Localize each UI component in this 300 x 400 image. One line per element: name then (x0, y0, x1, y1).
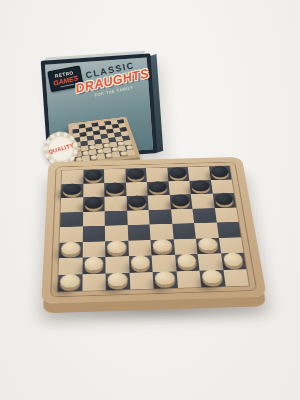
square-b3[interactable] (82, 241, 105, 258)
white-checker-piece[interactable] (61, 242, 80, 256)
square-g6[interactable] (191, 194, 214, 209)
white-checker-piece[interactable] (84, 257, 103, 271)
square-a2[interactable] (58, 258, 82, 275)
draughts-board-scene (45, 116, 255, 326)
white-checker-piece[interactable] (202, 270, 223, 284)
board-grid (57, 165, 250, 292)
square-e5[interactable] (149, 209, 172, 224)
square-c6[interactable] (104, 196, 126, 211)
black-checker-piece[interactable] (149, 181, 167, 193)
box-title: CLASSIC DRAUGHTS FOR THE FAMILY (75, 59, 149, 102)
black-checker-piece[interactable] (63, 183, 81, 195)
square-b8[interactable] (83, 169, 104, 183)
square-c7[interactable] (104, 182, 126, 196)
square-a6[interactable] (61, 197, 83, 212)
square-a8[interactable] (62, 170, 83, 184)
black-checker-piece[interactable] (191, 180, 210, 192)
square-e2[interactable] (152, 255, 177, 272)
square-h6[interactable] (212, 193, 236, 208)
square-f5[interactable] (171, 208, 195, 223)
black-checker-piece[interactable] (210, 166, 229, 177)
black-checker-piece[interactable] (127, 168, 145, 179)
white-checker-piece[interactable] (223, 253, 244, 267)
square-d8[interactable] (125, 168, 147, 182)
square-g3[interactable] (196, 238, 221, 254)
square-d5[interactable] (127, 210, 150, 225)
square-e4[interactable] (150, 224, 174, 240)
white-checker-piece[interactable] (108, 272, 128, 286)
white-checker-piece[interactable] (177, 254, 197, 268)
square-f4[interactable] (172, 223, 196, 239)
square-a3[interactable] (59, 242, 82, 259)
square-h5[interactable] (214, 207, 238, 222)
square-e1[interactable] (153, 271, 178, 289)
square-f3[interactable] (173, 238, 197, 254)
white-checker-piece[interactable] (153, 239, 173, 252)
white-checker-piece[interactable] (60, 274, 80, 288)
square-f1[interactable] (176, 270, 201, 288)
square-d1[interactable] (129, 272, 154, 290)
square-b1[interactable] (82, 273, 106, 291)
square-d7[interactable] (126, 182, 148, 196)
square-e6[interactable] (148, 195, 171, 210)
black-checker-piece[interactable] (85, 197, 103, 209)
square-a4[interactable] (60, 226, 83, 242)
black-checker-piece[interactable] (214, 193, 233, 205)
square-g8[interactable] (188, 167, 211, 181)
square-c5[interactable] (105, 210, 128, 225)
square-h3[interactable] (218, 237, 243, 253)
square-f8[interactable] (167, 167, 189, 181)
square-g2[interactable] (198, 253, 223, 270)
square-c4[interactable] (105, 225, 128, 241)
square-b5[interactable] (82, 211, 104, 226)
square-h2[interactable] (221, 253, 247, 270)
draughts-board (41, 157, 267, 304)
square-f7[interactable] (168, 180, 191, 194)
square-b6[interactable] (83, 197, 105, 212)
square-e8[interactable] (146, 168, 168, 182)
square-h8[interactable] (209, 166, 232, 180)
square-g4[interactable] (194, 222, 218, 238)
square-d4[interactable] (127, 224, 150, 240)
square-c3[interactable] (105, 240, 128, 256)
square-c8[interactable] (104, 169, 125, 183)
square-g5[interactable] (192, 208, 216, 223)
black-checker-piece[interactable] (106, 182, 124, 194)
square-e7[interactable] (147, 181, 169, 195)
square-g1[interactable] (199, 270, 225, 288)
square-h4[interactable] (216, 222, 241, 238)
black-checker-piece[interactable] (128, 195, 146, 207)
square-f2[interactable] (175, 254, 200, 271)
square-h1[interactable] (223, 269, 249, 287)
product-photo: RETRO GAMES CLASSIC DRAUGHTS FOR THE FAM… (0, 0, 300, 400)
square-d2[interactable] (128, 255, 152, 272)
square-d6[interactable] (126, 195, 149, 210)
square-b7[interactable] (83, 183, 105, 197)
square-a7[interactable] (61, 183, 83, 197)
white-checker-piece[interactable] (131, 255, 151, 269)
square-a5[interactable] (60, 212, 83, 227)
black-checker-piece[interactable] (85, 169, 102, 180)
square-f6[interactable] (169, 194, 192, 209)
square-d3[interactable] (128, 240, 152, 256)
square-e3[interactable] (151, 239, 175, 255)
square-h7[interactable] (210, 179, 233, 193)
white-checker-piece[interactable] (155, 271, 175, 285)
square-g7[interactable] (189, 180, 212, 194)
black-checker-piece[interactable] (169, 167, 187, 178)
square-c1[interactable] (106, 272, 130, 290)
white-checker-piece[interactable] (107, 240, 126, 253)
square-b4[interactable] (82, 226, 105, 242)
black-checker-piece[interactable] (171, 194, 190, 206)
white-checker-piece[interactable] (198, 238, 218, 251)
square-b2[interactable] (82, 257, 106, 274)
square-a1[interactable] (58, 274, 82, 292)
square-c2[interactable] (105, 256, 129, 273)
